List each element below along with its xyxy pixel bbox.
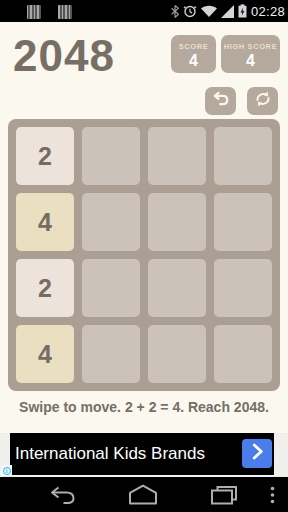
restart-button[interactable] (247, 87, 278, 115)
score-label: SCORE (171, 42, 216, 51)
instruction-text: Swipe to move. 2 + 2 = 4. Reach 2048. (0, 399, 288, 415)
high-score-box: HIGH SCORE 4 (221, 35, 280, 73)
undo-button[interactable] (205, 87, 236, 115)
back-button[interactable] (47, 477, 79, 512)
refresh-icon (255, 91, 271, 111)
recents-button[interactable] (208, 477, 240, 512)
empty-cell (82, 127, 140, 185)
high-score-label: HIGH SCORE (221, 42, 280, 51)
empty-cell (214, 193, 272, 251)
empty-cell (214, 259, 272, 317)
screen: 02:28 2048 SCORE 4 HIGH SCORE 4 2424 Swi… (0, 0, 288, 512)
app-notification-icon (58, 5, 72, 19)
ad-creative[interactable]: International Kids Brands (10, 433, 274, 475)
wifi-icon (201, 5, 217, 17)
clock-time: 02:28 (251, 4, 285, 19)
home-button[interactable] (127, 477, 159, 512)
empty-cell (214, 325, 272, 383)
page-title: 2048 (13, 31, 115, 81)
info-circle-icon: i (3, 467, 11, 475)
ad-headline[interactable]: International Kids Brands (15, 444, 205, 464)
empty-cell (148, 259, 206, 317)
app-notification-icon (27, 5, 41, 19)
empty-cell (82, 325, 140, 383)
ad-cta-button[interactable] (242, 439, 272, 468)
bluetooth-icon (171, 5, 179, 18)
score-box: SCORE 4 (171, 35, 216, 73)
high-score-value: 4 (221, 52, 280, 70)
empty-cell (82, 193, 140, 251)
board[interactable]: 2424 (8, 119, 280, 391)
tile-4: 4 (16, 325, 74, 383)
tile-2: 2 (16, 127, 74, 185)
chevron-right-icon (250, 442, 265, 465)
signal-icon (221, 5, 234, 18)
empty-cell (82, 259, 140, 317)
empty-cell (148, 325, 206, 383)
score-value: 4 (171, 52, 216, 70)
status-right-icons: 02:28 (171, 0, 285, 22)
navigation-bar (0, 477, 288, 512)
empty-cell (148, 127, 206, 185)
tile-2: 2 (16, 259, 74, 317)
ad-banner[interactable]: International Kids Brands i (0, 433, 288, 477)
empty-cell (214, 127, 272, 185)
menu-dots-icon[interactable] (264, 477, 280, 512)
status-left-icons (27, 5, 72, 19)
alarm-icon (183, 4, 197, 18)
undo-icon (212, 91, 230, 111)
tile-4: 4 (16, 193, 74, 251)
status-bar: 02:28 (0, 0, 288, 22)
battery-charging-icon (238, 4, 247, 18)
ad-info-button[interactable]: i (1, 465, 12, 476)
empty-cell (148, 193, 206, 251)
